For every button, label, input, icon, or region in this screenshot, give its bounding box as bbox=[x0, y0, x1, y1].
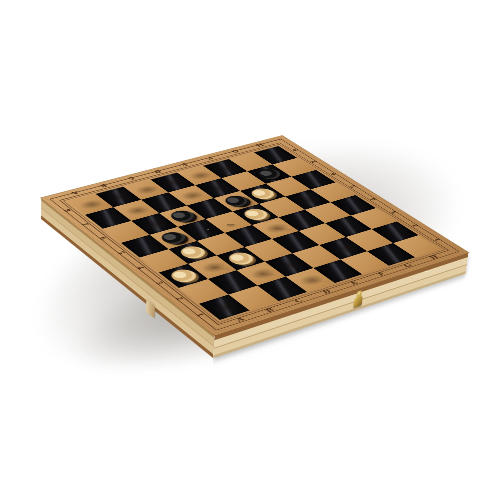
brass-latch-plate bbox=[353, 296, 363, 308]
product-photo-scene: AABBCCDDEEFFGGHH1122334455667788♜♝♛♚♝♜♟♟… bbox=[0, 0, 500, 500]
black-knight-b6[interactable]: ♞ bbox=[131, 172, 181, 232]
brass-latch bbox=[351, 288, 366, 310]
